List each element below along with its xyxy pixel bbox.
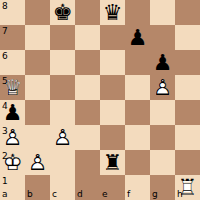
square-b6[interactable] bbox=[25, 50, 50, 75]
black-pawn[interactable]: ♟ bbox=[125, 25, 150, 50]
black-piece-glyph: ♛ bbox=[100, 0, 125, 25]
square-a6[interactable]: 6 bbox=[0, 50, 25, 75]
square-f7[interactable]: ♟ bbox=[125, 25, 150, 50]
black-piece-glyph: ♜ bbox=[100, 150, 125, 175]
white-pawn[interactable]: ♟♙ bbox=[25, 150, 50, 175]
file-label-f: f bbox=[127, 189, 130, 199]
square-f4[interactable] bbox=[125, 100, 150, 125]
file-label-c: c bbox=[52, 189, 57, 199]
square-g6[interactable]: ♟ bbox=[150, 50, 175, 75]
square-g7[interactable] bbox=[150, 25, 175, 50]
file-label-d: d bbox=[77, 189, 83, 199]
rank-label-1: 1 bbox=[2, 176, 8, 186]
file-label-a: a bbox=[2, 189, 8, 199]
rank-label-5: 5 bbox=[2, 76, 8, 86]
black-queen[interactable]: ♛ bbox=[100, 0, 125, 25]
square-a2[interactable]: ♚♔2 bbox=[0, 150, 25, 175]
square-e6[interactable] bbox=[100, 50, 125, 75]
square-h2[interactable] bbox=[175, 150, 200, 175]
square-b8[interactable] bbox=[25, 0, 50, 25]
square-e2[interactable]: ♜ bbox=[100, 150, 125, 175]
square-c2[interactable] bbox=[50, 150, 75, 175]
square-a3[interactable]: ♟♙3 bbox=[0, 125, 25, 150]
square-d5[interactable] bbox=[75, 75, 100, 100]
black-piece-glyph: ♟ bbox=[150, 50, 175, 75]
square-a7[interactable]: 7 bbox=[0, 25, 25, 50]
rank-label-7: 7 bbox=[2, 26, 8, 36]
square-d4[interactable] bbox=[75, 100, 100, 125]
square-g8[interactable] bbox=[150, 0, 175, 25]
square-c1[interactable]: c bbox=[50, 175, 75, 200]
square-h3[interactable] bbox=[175, 125, 200, 150]
square-a5[interactable]: ♛♕5 bbox=[0, 75, 25, 100]
square-d2[interactable] bbox=[75, 150, 100, 175]
square-b1[interactable]: b bbox=[25, 175, 50, 200]
square-f2[interactable] bbox=[125, 150, 150, 175]
square-e3[interactable] bbox=[100, 125, 125, 150]
file-label-b: b bbox=[27, 189, 33, 199]
square-h8[interactable] bbox=[175, 0, 200, 25]
square-f6[interactable] bbox=[125, 50, 150, 75]
rank-label-3: 3 bbox=[2, 126, 8, 136]
square-c4[interactable] bbox=[50, 100, 75, 125]
square-e5[interactable] bbox=[100, 75, 125, 100]
square-f8[interactable] bbox=[125, 0, 150, 25]
rank-label-8: 8 bbox=[2, 1, 8, 11]
black-piece-glyph: ♚ bbox=[50, 0, 75, 25]
square-g3[interactable] bbox=[150, 125, 175, 150]
white-piece-outline: ♙ bbox=[150, 75, 175, 100]
square-a1[interactable]: 1a bbox=[0, 175, 25, 200]
square-e7[interactable] bbox=[100, 25, 125, 50]
square-h5[interactable] bbox=[175, 75, 200, 100]
file-label-e: e bbox=[102, 189, 108, 199]
square-b4[interactable] bbox=[25, 100, 50, 125]
square-e1[interactable]: e bbox=[100, 175, 125, 200]
rank-label-2: 2 bbox=[2, 151, 8, 161]
square-d7[interactable] bbox=[75, 25, 100, 50]
white-pawn[interactable]: ♟♙ bbox=[50, 125, 75, 150]
square-f5[interactable] bbox=[125, 75, 150, 100]
chess-board: 8♚♛7♟6♟♛♕5♟♙♟4♟♙3♟♙♚♔2♟♙♜1abcdefg♜♖h bbox=[0, 0, 200, 200]
square-d1[interactable]: d bbox=[75, 175, 100, 200]
square-h7[interactable] bbox=[175, 25, 200, 50]
square-c6[interactable] bbox=[50, 50, 75, 75]
black-king[interactable]: ♚ bbox=[50, 0, 75, 25]
square-d8[interactable] bbox=[75, 0, 100, 25]
square-f3[interactable] bbox=[125, 125, 150, 150]
square-c7[interactable] bbox=[50, 25, 75, 50]
square-c8[interactable]: ♚ bbox=[50, 0, 75, 25]
square-h4[interactable] bbox=[175, 100, 200, 125]
square-d6[interactable] bbox=[75, 50, 100, 75]
square-a8[interactable]: 8 bbox=[0, 0, 25, 25]
square-b2[interactable]: ♟♙ bbox=[25, 150, 50, 175]
square-a4[interactable]: ♟4 bbox=[0, 100, 25, 125]
square-e8[interactable]: ♛ bbox=[100, 0, 125, 25]
square-h1[interactable]: ♜♖h bbox=[175, 175, 200, 200]
square-b5[interactable] bbox=[25, 75, 50, 100]
square-b7[interactable] bbox=[25, 25, 50, 50]
black-pawn[interactable]: ♟ bbox=[150, 50, 175, 75]
file-label-h: h bbox=[177, 189, 183, 199]
square-d3[interactable] bbox=[75, 125, 100, 150]
rank-label-4: 4 bbox=[2, 101, 8, 111]
black-piece-glyph: ♟ bbox=[125, 25, 150, 50]
black-rook[interactable]: ♜ bbox=[100, 150, 125, 175]
square-e4[interactable] bbox=[100, 100, 125, 125]
square-b3[interactable] bbox=[25, 125, 50, 150]
square-g5[interactable]: ♟♙ bbox=[150, 75, 175, 100]
file-label-g: g bbox=[152, 189, 158, 199]
square-h6[interactable] bbox=[175, 50, 200, 75]
square-f1[interactable]: f bbox=[125, 175, 150, 200]
white-piece-outline: ♙ bbox=[50, 125, 75, 150]
white-pawn[interactable]: ♟♙ bbox=[150, 75, 175, 100]
square-g2[interactable] bbox=[150, 150, 175, 175]
square-c3[interactable]: ♟♙ bbox=[50, 125, 75, 150]
square-g1[interactable]: g bbox=[150, 175, 175, 200]
white-piece-outline: ♙ bbox=[25, 150, 50, 175]
square-c5[interactable] bbox=[50, 75, 75, 100]
square-g4[interactable] bbox=[150, 100, 175, 125]
rank-label-6: 6 bbox=[2, 51, 8, 61]
